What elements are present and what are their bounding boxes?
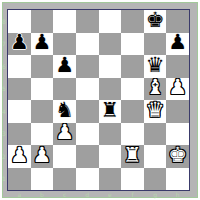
square-g8[interactable]: ♚ xyxy=(144,10,167,33)
square-a3[interactable] xyxy=(8,123,31,146)
square-h1[interactable] xyxy=(166,168,189,191)
chess-board[interactable]: ♚♟♟♟♟♛♝♟♞♜♛♟♟♟♜♚ xyxy=(7,9,190,191)
square-h3[interactable] xyxy=(166,123,189,146)
square-d5[interactable] xyxy=(76,78,99,101)
square-b1[interactable] xyxy=(31,168,54,191)
white-rook[interactable]: ♜ xyxy=(123,145,142,166)
square-h7[interactable]: ♟ xyxy=(166,33,189,56)
square-g3[interactable] xyxy=(144,123,167,146)
square-c2[interactable] xyxy=(53,145,76,168)
file-label-a: a xyxy=(8,190,31,198)
square-e4[interactable]: ♜ xyxy=(99,100,122,123)
file-labels: abcdefgh xyxy=(8,190,189,198)
square-h8[interactable] xyxy=(166,10,189,33)
square-g5[interactable]: ♝ xyxy=(144,78,167,101)
file-label-d: d xyxy=(76,190,99,198)
black-rook[interactable]: ♜ xyxy=(100,100,119,121)
file-label-g: g xyxy=(144,190,167,198)
square-d3[interactable] xyxy=(76,123,99,146)
square-a7[interactable]: ♟ xyxy=(8,33,31,56)
black-knight[interactable]: ♞ xyxy=(55,100,74,121)
white-pawn[interactable]: ♟ xyxy=(55,123,74,144)
square-d4[interactable] xyxy=(76,100,99,123)
square-f8[interactable] xyxy=(121,10,144,33)
square-c7[interactable] xyxy=(53,33,76,56)
square-e1[interactable] xyxy=(99,168,122,191)
white-pawn[interactable]: ♟ xyxy=(168,78,187,99)
chess-board-screenshot: 87654321 ♚♟♟♟♟♛♝♟♞♜♛♟♟♟♜♚ abcdefgh xyxy=(0,0,200,200)
square-h2[interactable]: ♚ xyxy=(166,145,189,168)
square-f2[interactable]: ♜ xyxy=(121,145,144,168)
black-pawn[interactable]: ♟ xyxy=(55,55,74,76)
square-c1[interactable] xyxy=(53,168,76,191)
black-king[interactable]: ♚ xyxy=(146,10,165,31)
square-f4[interactable] xyxy=(121,100,144,123)
square-c5[interactable] xyxy=(53,78,76,101)
square-a8[interactable] xyxy=(8,10,31,33)
square-c4[interactable]: ♞ xyxy=(53,100,76,123)
square-d7[interactable] xyxy=(76,33,99,56)
file-label-h: h xyxy=(166,190,189,198)
square-f1[interactable] xyxy=(121,168,144,191)
square-e5[interactable] xyxy=(99,78,122,101)
square-d6[interactable] xyxy=(76,55,99,78)
black-pawn[interactable]: ♟ xyxy=(33,33,52,54)
square-g6[interactable]: ♛ xyxy=(144,55,167,78)
white-bishop[interactable]: ♝ xyxy=(146,78,165,99)
square-a1[interactable] xyxy=(8,168,31,191)
white-king[interactable]: ♚ xyxy=(168,145,187,166)
square-g7[interactable] xyxy=(144,33,167,56)
black-queen[interactable]: ♛ xyxy=(146,55,165,76)
square-e3[interactable] xyxy=(99,123,122,146)
square-a4[interactable] xyxy=(8,100,31,123)
square-b8[interactable] xyxy=(31,10,54,33)
square-d2[interactable] xyxy=(76,145,99,168)
file-label-c: c xyxy=(53,190,76,198)
white-pawn[interactable]: ♟ xyxy=(33,145,52,166)
file-label-e: e xyxy=(99,190,122,198)
white-queen[interactable]: ♛ xyxy=(146,100,165,121)
square-h4[interactable] xyxy=(166,100,189,123)
square-a5[interactable] xyxy=(8,78,31,101)
square-e8[interactable] xyxy=(99,10,122,33)
white-pawn[interactable]: ♟ xyxy=(10,145,29,166)
square-e2[interactable] xyxy=(99,145,122,168)
square-f6[interactable] xyxy=(121,55,144,78)
square-b5[interactable] xyxy=(31,78,54,101)
square-g4[interactable]: ♛ xyxy=(144,100,167,123)
square-b6[interactable] xyxy=(31,55,54,78)
square-a2[interactable]: ♟ xyxy=(8,145,31,168)
square-c3[interactable]: ♟ xyxy=(53,123,76,146)
square-b3[interactable] xyxy=(31,123,54,146)
file-label-b: b xyxy=(31,190,54,198)
square-f7[interactable] xyxy=(121,33,144,56)
black-pawn[interactable]: ♟ xyxy=(168,33,187,54)
black-pawn[interactable]: ♟ xyxy=(10,33,29,54)
square-d1[interactable] xyxy=(76,168,99,191)
square-b2[interactable]: ♟ xyxy=(31,145,54,168)
square-a6[interactable] xyxy=(8,55,31,78)
square-b4[interactable] xyxy=(31,100,54,123)
square-h5[interactable]: ♟ xyxy=(166,78,189,101)
square-e6[interactable] xyxy=(99,55,122,78)
square-f3[interactable] xyxy=(121,123,144,146)
square-d8[interactable] xyxy=(76,10,99,33)
square-b7[interactable]: ♟ xyxy=(31,33,54,56)
square-g2[interactable] xyxy=(144,145,167,168)
square-c8[interactable] xyxy=(53,10,76,33)
square-e7[interactable] xyxy=(99,33,122,56)
square-c6[interactable]: ♟ xyxy=(53,55,76,78)
square-g1[interactable] xyxy=(144,168,167,191)
square-h6[interactable] xyxy=(166,55,189,78)
file-label-f: f xyxy=(121,190,144,198)
square-f5[interactable] xyxy=(121,78,144,101)
